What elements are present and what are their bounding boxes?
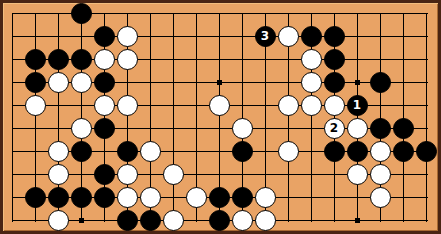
white-stone	[163, 164, 184, 185]
intersection[interactable]	[392, 117, 415, 140]
black-stone	[324, 141, 345, 162]
intersection[interactable]	[392, 94, 415, 117]
intersection[interactable]	[24, 48, 47, 71]
intersection[interactable]	[93, 209, 116, 232]
intersection[interactable]	[415, 3, 438, 25]
intersection[interactable]	[369, 25, 392, 48]
black-stone	[301, 26, 322, 47]
intersection[interactable]	[415, 48, 438, 71]
black-stone	[71, 187, 92, 208]
intersection[interactable]	[93, 140, 116, 163]
white-stone	[117, 187, 138, 208]
intersection[interactable]	[3, 186, 24, 209]
intersection[interactable]	[185, 71, 208, 94]
intersection[interactable]	[185, 117, 208, 140]
black-stone	[25, 72, 46, 93]
white-stone	[278, 95, 299, 116]
intersection[interactable]	[346, 163, 369, 186]
star-point	[355, 80, 360, 85]
intersection[interactable]	[415, 209, 438, 232]
white-stone	[117, 164, 138, 185]
intersection[interactable]	[300, 186, 323, 209]
white-stone	[48, 141, 69, 162]
intersection[interactable]	[24, 25, 47, 48]
intersection[interactable]	[93, 3, 116, 25]
black-stone	[25, 49, 46, 70]
black-stone	[71, 3, 92, 24]
intersection[interactable]	[3, 94, 24, 117]
intersection[interactable]	[254, 94, 277, 117]
intersection[interactable]	[116, 163, 139, 186]
black-stone	[324, 26, 345, 47]
black-stone	[94, 187, 115, 208]
intersection[interactable]	[47, 71, 70, 94]
black-stone	[140, 210, 161, 231]
intersection[interactable]	[323, 3, 346, 25]
intersection[interactable]	[3, 140, 24, 163]
black-stone	[48, 49, 69, 70]
intersection[interactable]	[185, 163, 208, 186]
intersection[interactable]	[300, 3, 323, 25]
intersection[interactable]	[24, 140, 47, 163]
intersection[interactable]	[47, 209, 70, 232]
goban: 312	[3, 3, 438, 231]
intersection[interactable]	[231, 48, 254, 71]
black-stone	[416, 141, 437, 162]
intersection[interactable]	[47, 140, 70, 163]
white-stone	[370, 187, 391, 208]
intersection[interactable]	[254, 163, 277, 186]
intersection[interactable]	[300, 209, 323, 232]
intersection[interactable]	[254, 209, 277, 232]
intersection[interactable]	[162, 163, 185, 186]
intersection[interactable]	[346, 3, 369, 25]
white-stone	[48, 72, 69, 93]
white-stone	[140, 187, 161, 208]
intersection[interactable]	[231, 163, 254, 186]
intersection[interactable]	[277, 117, 300, 140]
intersection[interactable]	[392, 140, 415, 163]
intersection[interactable]	[254, 186, 277, 209]
white-stone	[255, 187, 276, 208]
intersection[interactable]	[70, 25, 93, 48]
black-stone	[71, 141, 92, 162]
black-stone	[25, 187, 46, 208]
white-stone	[278, 26, 299, 47]
intersection[interactable]	[70, 71, 93, 94]
white-stone	[370, 141, 391, 162]
intersection[interactable]	[369, 94, 392, 117]
intersection[interactable]	[300, 94, 323, 117]
intersection[interactable]	[346, 71, 369, 94]
white-stone	[370, 164, 391, 185]
black-stone	[94, 164, 115, 185]
white-stone	[301, 49, 322, 70]
intersection[interactable]	[47, 163, 70, 186]
intersection[interactable]	[254, 3, 277, 25]
white-stone	[117, 95, 138, 116]
intersection[interactable]	[323, 209, 346, 232]
intersection[interactable]	[3, 3, 24, 25]
white-stone	[232, 118, 253, 139]
black-stone	[393, 141, 414, 162]
intersection[interactable]	[369, 209, 392, 232]
intersection[interactable]	[47, 3, 70, 25]
intersection[interactable]	[254, 71, 277, 94]
white-stone	[140, 141, 161, 162]
intersection[interactable]	[231, 209, 254, 232]
intersection[interactable]	[116, 117, 139, 140]
intersection[interactable]: 2	[323, 117, 346, 140]
intersection[interactable]	[185, 209, 208, 232]
intersection[interactable]	[70, 209, 93, 232]
white-stone	[255, 210, 276, 231]
black-stone	[324, 72, 345, 93]
intersection[interactable]	[139, 163, 162, 186]
intersection[interactable]	[24, 94, 47, 117]
intersection[interactable]	[415, 71, 438, 94]
intersection[interactable]	[277, 25, 300, 48]
white-stone	[232, 210, 253, 231]
black-stone	[209, 210, 230, 231]
intersection[interactable]	[369, 140, 392, 163]
white-stone	[71, 118, 92, 139]
white-stone	[186, 187, 207, 208]
move-number-label: 2	[330, 122, 338, 134]
intersection[interactable]	[139, 3, 162, 25]
intersection[interactable]	[346, 186, 369, 209]
white-stone	[347, 118, 368, 139]
intersection[interactable]	[277, 71, 300, 94]
intersection[interactable]: 1	[346, 94, 369, 117]
intersection[interactable]	[346, 140, 369, 163]
black-stone	[94, 26, 115, 47]
intersection[interactable]	[24, 3, 47, 25]
intersection[interactable]	[162, 71, 185, 94]
white-stone	[94, 49, 115, 70]
intersection[interactable]	[162, 209, 185, 232]
intersection[interactable]	[277, 186, 300, 209]
intersection[interactable]	[231, 3, 254, 25]
intersection[interactable]	[93, 186, 116, 209]
intersection[interactable]	[185, 94, 208, 117]
black-stone: 3	[255, 26, 276, 47]
intersection[interactable]	[346, 209, 369, 232]
intersection[interactable]	[47, 48, 70, 71]
star-point	[217, 80, 222, 85]
intersection[interactable]	[392, 3, 415, 25]
intersection[interactable]	[116, 94, 139, 117]
intersection[interactable]	[323, 25, 346, 48]
intersection[interactable]	[392, 186, 415, 209]
intersection[interactable]	[185, 186, 208, 209]
intersection[interactable]	[70, 186, 93, 209]
black-stone	[370, 72, 391, 93]
intersection[interactable]	[369, 117, 392, 140]
intersection[interactable]	[369, 48, 392, 71]
intersection[interactable]	[277, 140, 300, 163]
intersection[interactable]	[231, 25, 254, 48]
white-stone: 2	[324, 118, 345, 139]
intersection[interactable]	[24, 163, 47, 186]
white-stone	[163, 210, 184, 231]
intersection[interactable]	[346, 48, 369, 71]
black-stone	[232, 187, 253, 208]
intersection[interactable]	[3, 209, 24, 232]
intersection[interactable]	[116, 186, 139, 209]
intersection[interactable]	[47, 117, 70, 140]
intersection[interactable]	[185, 48, 208, 71]
intersection[interactable]	[323, 94, 346, 117]
intersection[interactable]	[208, 3, 231, 25]
intersection[interactable]	[231, 94, 254, 117]
intersection[interactable]	[93, 48, 116, 71]
black-stone	[347, 141, 368, 162]
intersection[interactable]	[24, 209, 47, 232]
white-stone	[209, 95, 230, 116]
intersection[interactable]	[185, 140, 208, 163]
white-stone	[117, 49, 138, 70]
intersection[interactable]	[93, 71, 116, 94]
intersection[interactable]	[139, 140, 162, 163]
intersection[interactable]	[162, 25, 185, 48]
move-number-label: 3	[261, 30, 269, 42]
intersection[interactable]	[208, 163, 231, 186]
intersection-grid: 312	[3, 3, 438, 231]
intersection[interactable]	[3, 163, 24, 186]
intersection[interactable]	[3, 71, 24, 94]
intersection[interactable]	[346, 25, 369, 48]
intersection[interactable]	[392, 71, 415, 94]
intersection[interactable]	[70, 117, 93, 140]
intersection[interactable]	[24, 186, 47, 209]
intersection[interactable]	[323, 71, 346, 94]
white-stone	[278, 141, 299, 162]
go-board-diagram: 312	[0, 0, 441, 234]
intersection[interactable]	[208, 94, 231, 117]
black-stone	[324, 49, 345, 70]
intersection[interactable]	[415, 117, 438, 140]
intersection[interactable]	[392, 209, 415, 232]
intersection[interactable]	[254, 48, 277, 71]
intersection[interactable]	[369, 71, 392, 94]
intersection[interactable]	[415, 163, 438, 186]
intersection[interactable]	[162, 140, 185, 163]
white-stone	[48, 164, 69, 185]
intersection[interactable]	[415, 94, 438, 117]
intersection[interactable]	[277, 3, 300, 25]
white-stone	[71, 72, 92, 93]
intersection[interactable]	[346, 117, 369, 140]
star-point	[355, 218, 360, 223]
intersection[interactable]	[254, 117, 277, 140]
intersection[interactable]	[162, 94, 185, 117]
intersection[interactable]	[162, 117, 185, 140]
intersection[interactable]	[24, 117, 47, 140]
intersection[interactable]	[415, 25, 438, 48]
black-stone	[71, 49, 92, 70]
intersection[interactable]	[300, 163, 323, 186]
intersection[interactable]	[208, 48, 231, 71]
intersection[interactable]	[47, 94, 70, 117]
intersection[interactable]	[116, 48, 139, 71]
intersection[interactable]	[47, 25, 70, 48]
intersection[interactable]	[323, 186, 346, 209]
white-stone	[301, 95, 322, 116]
intersection[interactable]	[392, 25, 415, 48]
intersection[interactable]	[185, 25, 208, 48]
intersection[interactable]	[300, 71, 323, 94]
intersection[interactable]	[139, 209, 162, 232]
black-stone	[117, 210, 138, 231]
intersection[interactable]	[254, 140, 277, 163]
intersection[interactable]	[369, 3, 392, 25]
intersection[interactable]	[139, 94, 162, 117]
intersection[interactable]	[139, 186, 162, 209]
white-stone	[117, 26, 138, 47]
intersection[interactable]	[70, 163, 93, 186]
intersection[interactable]	[392, 163, 415, 186]
intersection[interactable]	[231, 140, 254, 163]
intersection[interactable]	[139, 48, 162, 71]
intersection[interactable]	[116, 3, 139, 25]
intersection[interactable]	[116, 209, 139, 232]
intersection[interactable]	[116, 71, 139, 94]
black-stone	[209, 187, 230, 208]
intersection[interactable]	[24, 71, 47, 94]
intersection[interactable]	[208, 140, 231, 163]
intersection[interactable]	[208, 71, 231, 94]
white-stone	[94, 95, 115, 116]
black-stone	[393, 118, 414, 139]
intersection[interactable]	[116, 25, 139, 48]
intersection[interactable]	[277, 163, 300, 186]
intersection[interactable]	[300, 117, 323, 140]
intersection[interactable]	[300, 48, 323, 71]
white-stone	[48, 210, 69, 231]
intersection[interactable]	[300, 25, 323, 48]
intersection[interactable]	[116, 140, 139, 163]
intersection[interactable]	[323, 140, 346, 163]
intersection[interactable]	[392, 48, 415, 71]
black-stone: 1	[347, 95, 368, 116]
intersection[interactable]	[208, 117, 231, 140]
black-stone	[370, 118, 391, 139]
intersection[interactable]	[139, 71, 162, 94]
intersection[interactable]: 3	[254, 25, 277, 48]
intersection[interactable]	[139, 25, 162, 48]
black-stone	[117, 141, 138, 162]
star-point	[79, 218, 84, 223]
white-stone	[301, 72, 322, 93]
intersection[interactable]	[93, 163, 116, 186]
white-stone	[347, 164, 368, 185]
intersection[interactable]	[3, 48, 24, 71]
intersection[interactable]	[323, 48, 346, 71]
intersection[interactable]	[208, 209, 231, 232]
intersection[interactable]	[208, 25, 231, 48]
intersection[interactable]	[415, 186, 438, 209]
intersection[interactable]	[70, 140, 93, 163]
intersection[interactable]	[70, 94, 93, 117]
intersection[interactable]	[231, 117, 254, 140]
intersection[interactable]	[277, 94, 300, 117]
intersection[interactable]	[162, 186, 185, 209]
black-stone	[94, 118, 115, 139]
intersection[interactable]	[93, 25, 116, 48]
intersection[interactable]	[277, 48, 300, 71]
intersection[interactable]	[208, 186, 231, 209]
black-stone	[94, 72, 115, 93]
move-number-label: 1	[353, 99, 361, 111]
intersection[interactable]	[70, 3, 93, 25]
intersection[interactable]	[185, 3, 208, 25]
intersection[interactable]	[323, 163, 346, 186]
intersection[interactable]	[93, 94, 116, 117]
intersection[interactable]	[70, 48, 93, 71]
white-stone	[324, 95, 345, 116]
intersection[interactable]	[162, 48, 185, 71]
intersection[interactable]	[369, 163, 392, 186]
intersection[interactable]	[415, 140, 438, 163]
intersection[interactable]	[162, 3, 185, 25]
black-stone	[48, 187, 69, 208]
intersection[interactable]	[3, 117, 24, 140]
intersection[interactable]	[93, 117, 116, 140]
intersection[interactable]	[300, 140, 323, 163]
intersection[interactable]	[139, 117, 162, 140]
intersection[interactable]	[231, 71, 254, 94]
black-stone	[232, 141, 253, 162]
intersection[interactable]	[369, 186, 392, 209]
intersection[interactable]	[231, 186, 254, 209]
intersection[interactable]	[47, 186, 70, 209]
white-stone	[25, 95, 46, 116]
intersection[interactable]	[3, 25, 24, 48]
intersection[interactable]	[277, 209, 300, 232]
